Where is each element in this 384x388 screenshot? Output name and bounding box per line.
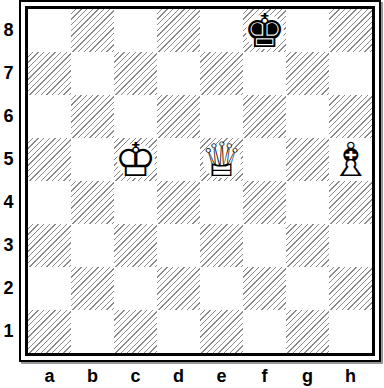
square-d1[interactable] (157, 310, 200, 353)
square-h8[interactable] (329, 9, 372, 52)
rank-label-1: 1 (0, 310, 17, 353)
square-g7[interactable] (286, 52, 329, 95)
rank-label-5: 5 (0, 138, 17, 181)
square-e1[interactable] (200, 310, 243, 353)
square-c8[interactable] (114, 9, 157, 52)
square-d2[interactable] (157, 267, 200, 310)
square-g4[interactable] (286, 181, 329, 224)
file-label-g: g (286, 366, 329, 386)
square-b8[interactable] (71, 9, 114, 52)
file-labels: abcdefgh (28, 366, 372, 386)
file-label-a: a (28, 366, 71, 386)
square-h3[interactable] (329, 224, 372, 267)
square-f2[interactable] (243, 267, 286, 310)
rank-labels: 87654321 (0, 9, 17, 353)
rank-label-3: 3 (0, 224, 17, 267)
square-b3[interactable] (71, 224, 114, 267)
chess-board: ♚♔♕♗ (25, 6, 375, 356)
square-c3[interactable] (114, 224, 157, 267)
square-a4[interactable] (28, 181, 71, 224)
square-d6[interactable] (157, 95, 200, 138)
square-f6[interactable] (243, 95, 286, 138)
square-e3[interactable] (200, 224, 243, 267)
square-b6[interactable] (71, 95, 114, 138)
square-a8[interactable] (28, 9, 71, 52)
square-c2[interactable] (114, 267, 157, 310)
square-e7[interactable] (200, 52, 243, 95)
square-e8[interactable] (200, 9, 243, 52)
file-label-h: h (329, 366, 372, 386)
rank-label-6: 6 (0, 95, 17, 138)
square-c1[interactable] (114, 310, 157, 353)
square-b5[interactable] (71, 138, 114, 181)
square-h1[interactable] (329, 310, 372, 353)
square-a5[interactable] (28, 138, 71, 181)
file-label-c: c (114, 366, 157, 386)
square-d7[interactable] (157, 52, 200, 95)
chess-diagram: 87654321 ♚♔♕♗ abcdefgh (0, 0, 384, 388)
square-c7[interactable] (114, 52, 157, 95)
white-bishop[interactable]: ♗ (329, 138, 371, 181)
rank-label-8: 8 (0, 9, 17, 52)
square-f7[interactable] (243, 52, 286, 95)
square-g6[interactable] (286, 95, 329, 138)
square-f1[interactable] (243, 310, 286, 353)
square-a3[interactable] (28, 224, 71, 267)
square-f3[interactable] (243, 224, 286, 267)
rank-label-2: 2 (0, 267, 17, 310)
file-label-e: e (200, 366, 243, 386)
square-b4[interactable] (71, 181, 114, 224)
square-g3[interactable] (286, 224, 329, 267)
square-h5[interactable]: ♗ (329, 138, 372, 181)
square-h2[interactable] (329, 267, 372, 310)
square-a1[interactable] (28, 310, 71, 353)
square-h7[interactable] (329, 52, 372, 95)
square-g1[interactable] (286, 310, 329, 353)
square-c5[interactable]: ♔ (114, 138, 157, 181)
square-b7[interactable] (71, 52, 114, 95)
square-g5[interactable] (286, 138, 329, 181)
square-h4[interactable] (329, 181, 372, 224)
square-f4[interactable] (243, 181, 286, 224)
white-king[interactable]: ♔ (114, 138, 156, 181)
square-d5[interactable] (157, 138, 200, 181)
square-e5[interactable]: ♕ (200, 138, 243, 181)
black-king[interactable]: ♚ (243, 9, 285, 52)
square-d3[interactable] (157, 224, 200, 267)
square-b2[interactable] (71, 267, 114, 310)
square-f8[interactable]: ♚ (243, 9, 286, 52)
board-frame: ♚♔♕♗ (19, 0, 381, 362)
square-f5[interactable] (243, 138, 286, 181)
square-a2[interactable] (28, 267, 71, 310)
file-label-d: d (157, 366, 200, 386)
square-d8[interactable] (157, 9, 200, 52)
square-a6[interactable] (28, 95, 71, 138)
rank-label-7: 7 (0, 52, 17, 95)
square-d4[interactable] (157, 181, 200, 224)
white-queen[interactable]: ♕ (200, 138, 242, 181)
rank-label-4: 4 (0, 181, 17, 224)
square-c4[interactable] (114, 181, 157, 224)
file-label-f: f (243, 366, 286, 386)
square-a7[interactable] (28, 52, 71, 95)
square-g8[interactable] (286, 9, 329, 52)
square-b1[interactable] (71, 310, 114, 353)
square-e4[interactable] (200, 181, 243, 224)
file-label-b: b (71, 366, 114, 386)
square-e2[interactable] (200, 267, 243, 310)
square-g2[interactable] (286, 267, 329, 310)
